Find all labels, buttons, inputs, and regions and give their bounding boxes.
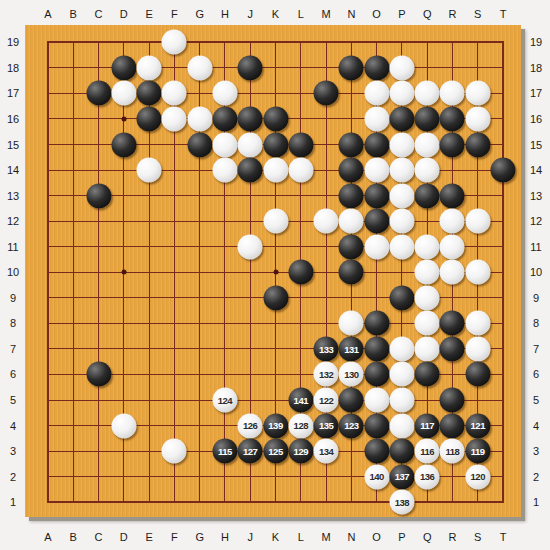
stone-white-F3 — [162, 439, 187, 464]
stone-white-Q11 — [415, 234, 440, 259]
col-label-bottom: G — [195, 532, 204, 543]
stone-white-P17 — [389, 81, 414, 106]
row-label-right: 19 — [530, 37, 542, 48]
stone-white-R11 — [440, 234, 465, 259]
stone-white-P12 — [389, 209, 414, 234]
stone-white-J4: 126 — [238, 413, 263, 438]
row-label-right: 15 — [530, 139, 542, 150]
grid-vline — [502, 42, 504, 502]
row-label-left: 4 — [10, 420, 16, 431]
stone-black-O15 — [364, 132, 389, 157]
stone-white-M5: 122 — [314, 388, 339, 413]
row-label-right: 2 — [533, 471, 539, 482]
move-number: 139 — [268, 421, 282, 431]
col-label-bottom: S — [474, 532, 481, 543]
stone-white-Q8 — [415, 311, 440, 336]
stone-white-Q17 — [415, 81, 440, 106]
stone-white-O11 — [364, 234, 389, 259]
col-label-top: Q — [423, 9, 432, 20]
row-label-right: 5 — [533, 395, 539, 406]
row-label-right: 6 — [533, 369, 539, 380]
col-label-top: B — [70, 9, 77, 20]
grid-hline — [47, 501, 504, 503]
col-label-bottom: H — [221, 532, 229, 543]
stone-black-N7: 131 — [339, 336, 364, 361]
row-label-right: 7 — [533, 343, 539, 354]
col-label-top: F — [171, 9, 178, 20]
stone-black-N13 — [339, 183, 364, 208]
stone-white-F17 — [162, 81, 187, 106]
stone-black-S15 — [465, 132, 490, 157]
stone-black-J3: 127 — [238, 439, 263, 464]
stone-white-Q3: 116 — [415, 439, 440, 464]
stone-white-S16 — [465, 106, 490, 131]
move-number: 125 — [268, 446, 282, 456]
stone-black-M4: 135 — [314, 413, 339, 438]
stone-white-H5: 124 — [212, 388, 237, 413]
col-label-bottom: R — [448, 532, 456, 543]
stone-white-P14 — [389, 158, 414, 183]
stone-white-P7 — [389, 336, 414, 361]
col-label-bottom: J — [247, 532, 253, 543]
stone-white-J11 — [238, 234, 263, 259]
stone-black-K9 — [263, 285, 288, 310]
stone-black-N15 — [339, 132, 364, 157]
row-label-right: 13 — [530, 190, 542, 201]
row-label-left: 9 — [10, 292, 16, 303]
stone-black-K4: 139 — [263, 413, 288, 438]
col-label-top: L — [298, 9, 304, 20]
stone-black-D18 — [111, 55, 136, 80]
stone-white-M6: 132 — [314, 362, 339, 387]
row-label-left: 14 — [7, 165, 19, 176]
stone-white-G18 — [187, 55, 212, 80]
stone-black-N10 — [339, 260, 364, 285]
col-label-bottom: L — [298, 532, 304, 543]
stone-black-M17 — [314, 81, 339, 106]
stone-white-Q7 — [415, 336, 440, 361]
stone-black-C6 — [86, 362, 111, 387]
stone-black-M7: 133 — [314, 336, 339, 361]
row-label-right: 12 — [530, 216, 542, 227]
col-label-bottom: B — [70, 532, 77, 543]
move-number: 126 — [243, 421, 257, 431]
row-label-left: 8 — [10, 318, 16, 329]
stone-black-R4 — [440, 413, 465, 438]
stone-black-O8 — [364, 311, 389, 336]
hoshi-point — [121, 116, 126, 121]
stone-black-O13 — [364, 183, 389, 208]
stone-white-Q9 — [415, 285, 440, 310]
stone-black-O4 — [364, 413, 389, 438]
col-label-bottom: F — [171, 532, 178, 543]
row-label-left: 5 — [10, 395, 16, 406]
col-label-top: N — [347, 9, 355, 20]
col-label-top: C — [95, 9, 103, 20]
col-label-top: S — [474, 9, 481, 20]
stone-white-K12 — [263, 209, 288, 234]
go-board-screenshot: 1331311321301241411221261391281351231171… — [0, 0, 550, 550]
move-number: 135 — [319, 421, 333, 431]
stone-white-P1: 138 — [389, 490, 414, 515]
move-number: 138 — [395, 497, 409, 507]
col-label-top: H — [221, 9, 229, 20]
row-label-right: 10 — [530, 267, 542, 278]
stone-black-N18 — [339, 55, 364, 80]
move-number: 120 — [471, 472, 485, 482]
stone-white-L14 — [288, 158, 313, 183]
stone-white-E18 — [137, 55, 162, 80]
stone-black-D15 — [111, 132, 136, 157]
stone-white-F19 — [162, 30, 187, 55]
stone-black-N4: 123 — [339, 413, 364, 438]
col-label-top: M — [321, 9, 330, 20]
col-label-bottom: Q — [423, 532, 432, 543]
stone-white-S10 — [465, 260, 490, 285]
stone-black-S6 — [465, 362, 490, 387]
stone-black-K16 — [263, 106, 288, 131]
move-number: 128 — [294, 421, 308, 431]
move-number: 131 — [344, 344, 358, 354]
stone-white-P5 — [389, 388, 414, 413]
row-label-right: 11 — [530, 241, 541, 252]
stone-black-K3: 125 — [263, 439, 288, 464]
move-number: 116 — [420, 446, 434, 456]
row-label-left: 11 — [7, 241, 18, 252]
stone-black-N11 — [339, 234, 364, 259]
stone-white-D17 — [111, 81, 136, 106]
stone-black-J14 — [238, 158, 263, 183]
stone-black-Q6 — [415, 362, 440, 387]
stone-black-S3: 119 — [465, 439, 490, 464]
move-number: 117 — [420, 421, 434, 431]
stone-white-O2: 140 — [364, 464, 389, 489]
stone-white-K14 — [263, 158, 288, 183]
stone-white-Q14 — [415, 158, 440, 183]
stone-black-N5 — [339, 388, 364, 413]
stone-black-N14 — [339, 158, 364, 183]
move-number: 141 — [294, 395, 308, 405]
col-label-top: G — [195, 9, 204, 20]
stone-white-R12 — [440, 209, 465, 234]
row-label-right: 18 — [530, 62, 542, 73]
col-label-top: T — [500, 9, 507, 20]
stone-white-J15 — [238, 132, 263, 157]
col-label-top: D — [120, 9, 128, 20]
move-number: 123 — [344, 421, 358, 431]
move-number: 118 — [446, 446, 460, 456]
row-label-right: 8 — [533, 318, 539, 329]
stone-white-S12 — [465, 209, 490, 234]
stone-white-H17 — [212, 81, 237, 106]
stone-black-H3: 115 — [212, 439, 237, 464]
stone-white-R3: 118 — [440, 439, 465, 464]
stone-black-J18 — [238, 55, 263, 80]
stone-white-S17 — [465, 81, 490, 106]
col-label-top: J — [247, 9, 253, 20]
stone-black-K15 — [263, 132, 288, 157]
col-label-top: A — [44, 9, 51, 20]
stone-black-Q13 — [415, 183, 440, 208]
stone-white-P15 — [389, 132, 414, 157]
stone-white-Q10 — [415, 260, 440, 285]
col-label-top: E — [145, 9, 152, 20]
col-label-top: P — [398, 9, 405, 20]
col-label-bottom: A — [44, 532, 51, 543]
move-number: 115 — [218, 446, 232, 456]
row-label-left: 17 — [7, 88, 19, 99]
stone-black-R15 — [440, 132, 465, 157]
stone-black-R16 — [440, 106, 465, 131]
stone-white-N12 — [339, 209, 364, 234]
stone-white-O17 — [364, 81, 389, 106]
stone-black-T14 — [491, 158, 516, 183]
row-label-right: 17 — [530, 88, 542, 99]
move-number: 129 — [294, 446, 308, 456]
move-number: 127 — [243, 446, 257, 456]
stone-black-P9 — [389, 285, 414, 310]
row-label-right: 4 — [533, 420, 539, 431]
stone-black-O3 — [364, 439, 389, 464]
row-label-left: 15 — [7, 139, 19, 150]
col-label-top: K — [272, 9, 279, 20]
stone-black-R13 — [440, 183, 465, 208]
move-number: 133 — [319, 344, 333, 354]
move-number: 124 — [218, 395, 232, 405]
stone-white-P6 — [389, 362, 414, 387]
row-label-right: 14 — [530, 165, 542, 176]
stone-black-R7 — [440, 336, 465, 361]
stone-black-L5: 141 — [288, 388, 313, 413]
stone-black-J16 — [238, 106, 263, 131]
stone-white-L4: 128 — [288, 413, 313, 438]
stone-black-C17 — [86, 81, 111, 106]
stone-white-H15 — [212, 132, 237, 157]
stone-black-E16 — [137, 106, 162, 131]
row-label-left: 3 — [10, 446, 16, 457]
col-label-bottom: E — [145, 532, 152, 543]
stone-black-R5 — [440, 388, 465, 413]
stone-black-Q16 — [415, 106, 440, 131]
stone-white-P11 — [389, 234, 414, 259]
stone-black-O12 — [364, 209, 389, 234]
stone-black-R8 — [440, 311, 465, 336]
stone-white-R10 — [440, 260, 465, 285]
move-number: 130 — [344, 370, 358, 380]
row-label-right: 1 — [533, 497, 539, 508]
row-label-left: 6 — [10, 369, 16, 380]
stone-white-Q2: 136 — [415, 464, 440, 489]
stone-white-P18 — [389, 55, 414, 80]
move-number: 119 — [471, 446, 485, 456]
col-label-bottom: N — [347, 532, 355, 543]
col-label-bottom: T — [500, 532, 507, 543]
stone-black-O18 — [364, 55, 389, 80]
row-label-left: 12 — [7, 216, 19, 227]
row-label-left: 2 — [10, 471, 16, 482]
stone-white-M12 — [314, 209, 339, 234]
stone-white-D4 — [111, 413, 136, 438]
hoshi-point — [273, 270, 278, 275]
row-label-left: 13 — [7, 190, 19, 201]
stone-black-L15 — [288, 132, 313, 157]
row-label-left: 7 — [10, 343, 16, 354]
stone-white-O16 — [364, 106, 389, 131]
move-number: 137 — [395, 472, 409, 482]
move-number: 136 — [420, 472, 434, 482]
stone-white-Q15 — [415, 132, 440, 157]
stone-white-N6: 130 — [339, 362, 364, 387]
stone-black-O6 — [364, 362, 389, 387]
col-label-top: O — [372, 9, 381, 20]
move-number: 140 — [369, 472, 383, 482]
move-number: 122 — [319, 395, 333, 405]
stone-black-E17 — [137, 81, 162, 106]
hoshi-point — [121, 270, 126, 275]
row-label-right: 9 — [533, 292, 539, 303]
stone-white-E14 — [137, 158, 162, 183]
stone-white-F16 — [162, 106, 187, 131]
col-label-top: R — [448, 9, 456, 20]
stone-white-S7 — [465, 336, 490, 361]
row-label-right: 3 — [533, 446, 539, 457]
stone-black-H16 — [212, 106, 237, 131]
stone-white-R17 — [440, 81, 465, 106]
stone-white-M3: 134 — [314, 439, 339, 464]
row-label-left: 19 — [7, 37, 19, 48]
col-label-bottom: K — [272, 532, 279, 543]
stone-white-P13 — [389, 183, 414, 208]
col-label-bottom: M — [321, 532, 330, 543]
stone-black-S4: 121 — [465, 413, 490, 438]
stone-black-C13 — [86, 183, 111, 208]
stone-white-S2: 120 — [465, 464, 490, 489]
row-label-right: 16 — [530, 113, 542, 124]
col-label-bottom: D — [120, 532, 128, 543]
stone-white-O5 — [364, 388, 389, 413]
row-label-left: 1 — [10, 497, 16, 508]
stone-white-O14 — [364, 158, 389, 183]
col-label-bottom: C — [95, 532, 103, 543]
row-label-left: 16 — [7, 113, 19, 124]
stone-black-O7 — [364, 336, 389, 361]
stone-black-P3 — [389, 439, 414, 464]
stone-white-P4 — [389, 413, 414, 438]
row-label-left: 10 — [7, 267, 19, 278]
move-number: 132 — [319, 370, 333, 380]
grid-hline — [47, 400, 504, 401]
stone-white-G16 — [187, 106, 212, 131]
col-label-bottom: O — [372, 532, 381, 543]
stone-black-P16 — [389, 106, 414, 131]
stone-black-L3: 129 — [288, 439, 313, 464]
stone-black-G15 — [187, 132, 212, 157]
stone-black-P2: 137 — [389, 464, 414, 489]
row-label-left: 18 — [7, 62, 19, 73]
col-label-bottom: P — [398, 532, 405, 543]
stone-black-L10 — [288, 260, 313, 285]
stone-black-Q4: 117 — [415, 413, 440, 438]
stone-white-H14 — [212, 158, 237, 183]
move-number: 134 — [319, 446, 333, 456]
move-number: 121 — [471, 421, 485, 431]
stone-white-S8 — [465, 311, 490, 336]
stone-white-N8 — [339, 311, 364, 336]
